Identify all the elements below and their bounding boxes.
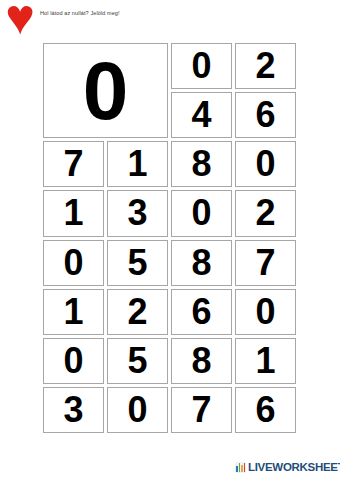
- grid-cell-r2c4[interactable]: 6: [235, 92, 296, 138]
- grid-cell-r7c4[interactable]: 1: [235, 338, 296, 384]
- logo-bar-blue: [236, 466, 238, 472]
- target-digit-cell: 0: [43, 43, 168, 138]
- logo-bar-orange: [241, 465, 243, 472]
- grid-cell-r3c2[interactable]: 1: [107, 141, 168, 187]
- heart-icon: ♥: [4, 2, 36, 32]
- grid-cell-r2c3[interactable]: 4: [171, 92, 232, 138]
- liveworksheets-logo-icon: [235, 462, 246, 473]
- grid-cell-r5c2[interactable]: 5: [107, 240, 168, 286]
- grid-cell-r6c3[interactable]: 6: [171, 289, 232, 335]
- grid-cell-r1c3[interactable]: 0: [171, 43, 232, 89]
- grid-cell-r4c4[interactable]: 2: [235, 190, 296, 236]
- grid-cell-r4c2[interactable]: 3: [107, 190, 168, 236]
- grid-cell-r3c3[interactable]: 8: [171, 141, 232, 187]
- grid-cell-r4c3[interactable]: 0: [171, 190, 232, 236]
- grid-cell-r6c1[interactable]: 1: [43, 289, 104, 335]
- grid-cell-r7c3[interactable]: 8: [171, 338, 232, 384]
- grid-cell-r5c4[interactable]: 7: [235, 240, 296, 286]
- grid-cell-r6c4[interactable]: 0: [235, 289, 296, 335]
- grid-cell-r8c2[interactable]: 0: [107, 387, 168, 433]
- grid-cell-r7c2[interactable]: 5: [107, 338, 168, 384]
- grid-cell-r8c3[interactable]: 7: [171, 387, 232, 433]
- grid-cell-r1c4[interactable]: 2: [235, 43, 296, 89]
- grid-cell-r5c3[interactable]: 8: [171, 240, 232, 286]
- number-grid: 0 0 2 4 6 7 1 8 0 1 3 0 2 0 5 8 7 1 2 6 …: [43, 43, 296, 433]
- grid-cell-r3c4[interactable]: 0: [235, 141, 296, 187]
- logo-bar-red: [244, 463, 246, 472]
- logo-bar-green: [239, 463, 241, 472]
- grid-cell-r8c4[interactable]: 6: [235, 387, 296, 433]
- grid-cell-r4c1[interactable]: 1: [43, 190, 104, 236]
- brand-name[interactable]: LIVEWORKSHEETS: [248, 461, 340, 473]
- grid-cell-r7c1[interactable]: 0: [43, 338, 104, 384]
- grid-cell-r6c2[interactable]: 2: [107, 289, 168, 335]
- grid-cell-r8c1[interactable]: 3: [43, 387, 104, 433]
- brand-footer: LIVEWORKSHEETS: [235, 461, 340, 473]
- grid-cell-r3c1[interactable]: 7: [43, 141, 104, 187]
- grid-cell-r5c1[interactable]: 0: [43, 240, 104, 286]
- instruction-text: Hol látod az nullát? Jelöld meg!: [40, 10, 120, 16]
